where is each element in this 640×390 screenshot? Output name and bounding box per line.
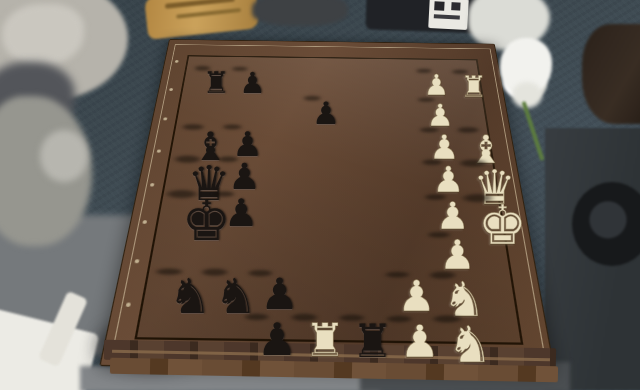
black-pawn-glyph: ♟ (257, 317, 297, 362)
black-knight-glyph: ♞ (215, 272, 258, 320)
white-pawn-glyph: ♟ (435, 197, 469, 235)
white-pawn-glyph: ♟ (399, 319, 439, 364)
black-pawn-glyph: ♟ (240, 69, 266, 98)
dark-bag-top-center (252, 0, 348, 26)
white-pawn-glyph: ♟ (439, 235, 476, 276)
white-flower-lobe (512, 82, 542, 108)
black-pawn-glyph: ♟ (312, 98, 340, 129)
white-knight-glyph: ♞ (447, 319, 493, 370)
patterned-card (428, 0, 469, 30)
photo-chess-scene: ♜♟♟♜♟♟♝♟♟♝♛♟♟♛♚♟♟♚♟♞♞♟♟♞♟♜♜♟♞ (0, 0, 640, 390)
white-rook-glyph: ♜ (304, 317, 345, 363)
wooden-object-stripe (165, 0, 235, 9)
plastic-bag-mid-left-fold (40, 130, 88, 182)
white-pawn-glyph: ♟ (397, 275, 436, 318)
white-king-glyph: ♚ (478, 198, 527, 253)
black-pawn-glyph: ♟ (228, 159, 260, 195)
card-pattern-block (451, 2, 460, 10)
card-pattern-block (434, 1, 444, 11)
black-rook-glyph: ♜ (203, 68, 230, 98)
black-pawn-glyph: ♟ (260, 273, 299, 316)
wooden-object-stripe2 (176, 8, 241, 19)
white-pawn-glyph: ♟ (432, 162, 464, 198)
black-pawn-glyph: ♟ (224, 194, 258, 232)
black-rook-glyph: ♜ (352, 318, 393, 364)
black-knight-glyph: ♞ (169, 272, 212, 320)
person-arm (582, 24, 640, 124)
card-pattern-bar (434, 14, 460, 19)
white-rook-glyph: ♜ (460, 72, 487, 102)
